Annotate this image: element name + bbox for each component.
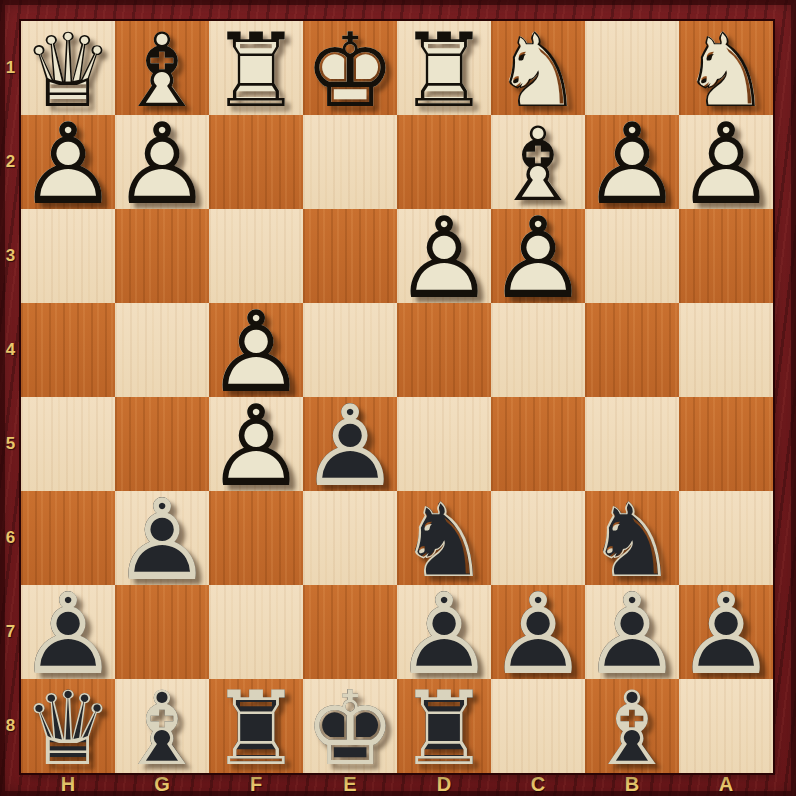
square-d1[interactable]: ♜♖ bbox=[397, 21, 491, 115]
white-rook-d1[interactable]: ♜♖ bbox=[397, 23, 491, 117]
piece-glyph-outline: ♙ bbox=[674, 581, 777, 684]
square-e2[interactable] bbox=[303, 115, 397, 209]
piece-glyph-outline: ♙ bbox=[580, 111, 683, 214]
black-pawn-c7[interactable]: ♟♙ bbox=[486, 581, 589, 684]
square-b5[interactable] bbox=[585, 397, 679, 491]
square-a4[interactable] bbox=[679, 303, 773, 397]
rank-label-5: 5 bbox=[0, 397, 21, 491]
white-rook-f1[interactable]: ♜♖ bbox=[209, 23, 303, 117]
black-rook-d8[interactable]: ♜♖ bbox=[397, 681, 491, 775]
white-pawn-h2[interactable]: ♟♙ bbox=[16, 111, 119, 214]
piece-glyph-outline: ♕ bbox=[21, 681, 115, 775]
square-h7[interactable]: ♟♙ bbox=[21, 585, 115, 679]
piece-glyph-outline: ♙ bbox=[486, 205, 589, 308]
black-pawn-a7[interactable]: ♟♙ bbox=[674, 581, 777, 684]
square-f5[interactable]: ♟♙ bbox=[209, 397, 303, 491]
white-knight-c1[interactable]: ♞♘ bbox=[491, 23, 585, 117]
chessboard-frame: 12345678 HGFEDCBA ♛♕♝♗♜♖♚♔♜♖♞♘♞♘♟♙♟♙♝♗♟♙… bbox=[0, 0, 796, 796]
piece-glyph-outline: ♙ bbox=[16, 111, 119, 214]
square-e5[interactable]: ♟♙ bbox=[303, 397, 397, 491]
piece-glyph-outline: ♙ bbox=[486, 581, 589, 684]
square-a2[interactable]: ♟♙ bbox=[679, 115, 773, 209]
white-pawn-f5[interactable]: ♟♙ bbox=[204, 393, 307, 496]
file-label-a: A bbox=[679, 773, 773, 796]
piece-glyph-outline: ♙ bbox=[204, 393, 307, 496]
square-f6[interactable] bbox=[209, 491, 303, 585]
square-b8[interactable]: ♝♗ bbox=[585, 679, 679, 773]
black-rook-f8[interactable]: ♜♖ bbox=[209, 681, 303, 775]
piece-glyph-outline: ♖ bbox=[397, 681, 491, 775]
square-f7[interactable] bbox=[209, 585, 303, 679]
square-f8[interactable]: ♜♖ bbox=[209, 679, 303, 773]
square-c8[interactable] bbox=[491, 679, 585, 773]
piece-glyph-outline: ♖ bbox=[209, 681, 303, 775]
piece-glyph-outline: ♗ bbox=[115, 681, 209, 775]
file-label-c: C bbox=[491, 773, 585, 796]
square-c7[interactable]: ♟♙ bbox=[491, 585, 585, 679]
square-h4[interactable] bbox=[21, 303, 115, 397]
square-g7[interactable] bbox=[115, 585, 209, 679]
square-c5[interactable] bbox=[491, 397, 585, 491]
square-h8[interactable]: ♛♕ bbox=[21, 679, 115, 773]
square-h3[interactable] bbox=[21, 209, 115, 303]
square-d8[interactable]: ♜♖ bbox=[397, 679, 491, 773]
square-g2[interactable]: ♟♙ bbox=[115, 115, 209, 209]
square-h5[interactable] bbox=[21, 397, 115, 491]
piece-glyph-outline: ♙ bbox=[674, 111, 777, 214]
piece-glyph-outline: ♖ bbox=[397, 23, 491, 117]
piece-glyph-outline: ♙ bbox=[392, 205, 495, 308]
square-a7[interactable]: ♟♙ bbox=[679, 585, 773, 679]
square-d3[interactable]: ♟♙ bbox=[397, 209, 491, 303]
white-king-e1[interactable]: ♚♔ bbox=[303, 23, 397, 117]
piece-glyph-outline: ♙ bbox=[298, 393, 401, 496]
black-bishop-b8[interactable]: ♝♗ bbox=[585, 681, 679, 775]
white-pawn-c3[interactable]: ♟♙ bbox=[486, 205, 589, 308]
square-g4[interactable] bbox=[115, 303, 209, 397]
square-b7[interactable]: ♟♙ bbox=[585, 585, 679, 679]
piece-glyph-outline: ♙ bbox=[110, 111, 213, 214]
square-e7[interactable] bbox=[303, 585, 397, 679]
square-e8[interactable]: ♚♔ bbox=[303, 679, 397, 773]
square-f2[interactable] bbox=[209, 115, 303, 209]
black-pawn-e5[interactable]: ♟♙ bbox=[298, 393, 401, 496]
white-pawn-b2[interactable]: ♟♙ bbox=[580, 111, 683, 214]
square-d4[interactable] bbox=[397, 303, 491, 397]
square-b3[interactable] bbox=[585, 209, 679, 303]
piece-glyph-outline: ♖ bbox=[209, 23, 303, 117]
white-pawn-g2[interactable]: ♟♙ bbox=[110, 111, 213, 214]
black-bishop-g8[interactable]: ♝♗ bbox=[115, 681, 209, 775]
square-c4[interactable] bbox=[491, 303, 585, 397]
square-a8[interactable] bbox=[679, 679, 773, 773]
square-g6[interactable]: ♟♙ bbox=[115, 491, 209, 585]
square-b2[interactable]: ♟♙ bbox=[585, 115, 679, 209]
square-a3[interactable] bbox=[679, 209, 773, 303]
piece-glyph-outline: ♘ bbox=[491, 23, 585, 117]
black-queen-h8[interactable]: ♛♕ bbox=[21, 681, 115, 775]
chess-board: ♛♕♝♗♜♖♚♔♜♖♞♘♞♘♟♙♟♙♝♗♟♙♟♙♟♙♟♙♟♙♟♙♟♙♟♙♞♘♞♘… bbox=[21, 21, 773, 773]
piece-glyph-outline: ♗ bbox=[585, 681, 679, 775]
square-b4[interactable] bbox=[585, 303, 679, 397]
square-d5[interactable] bbox=[397, 397, 491, 491]
square-d7[interactable]: ♟♙ bbox=[397, 585, 491, 679]
square-e1[interactable]: ♚♔ bbox=[303, 21, 397, 115]
piece-glyph-outline: ♔ bbox=[303, 681, 397, 775]
black-pawn-g6[interactable]: ♟♙ bbox=[110, 487, 213, 590]
white-pawn-d3[interactable]: ♟♙ bbox=[392, 205, 495, 308]
square-e3[interactable] bbox=[303, 209, 397, 303]
square-g8[interactable]: ♝♗ bbox=[115, 679, 209, 773]
square-a5[interactable] bbox=[679, 397, 773, 491]
piece-glyph-outline: ♙ bbox=[110, 487, 213, 590]
square-c3[interactable]: ♟♙ bbox=[491, 209, 585, 303]
square-g3[interactable] bbox=[115, 209, 209, 303]
square-e6[interactable] bbox=[303, 491, 397, 585]
piece-glyph-outline: ♔ bbox=[303, 23, 397, 117]
square-f1[interactable]: ♜♖ bbox=[209, 21, 303, 115]
square-h2[interactable]: ♟♙ bbox=[21, 115, 115, 209]
square-c1[interactable]: ♞♘ bbox=[491, 21, 585, 115]
rank-label-4: 4 bbox=[0, 303, 21, 397]
black-king-e8[interactable]: ♚♔ bbox=[303, 681, 397, 775]
white-pawn-a2[interactable]: ♟♙ bbox=[674, 111, 777, 214]
